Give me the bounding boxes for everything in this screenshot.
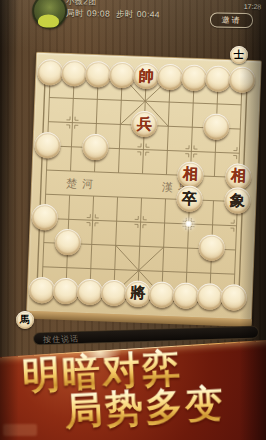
invite-button[interactable]: 邀请 xyxy=(210,12,253,28)
player-name: 小薇2团 xyxy=(66,0,97,7)
system-clock: 17:28 xyxy=(244,3,262,10)
game-time-label: 局时 xyxy=(66,8,84,18)
captured-piece-black-advisor: 士 xyxy=(230,46,248,64)
promo-banner[interactable]: 明暗对弈 局势多变 xyxy=(0,336,266,440)
player-avatar[interactable] xyxy=(32,0,68,29)
move-time-value: 00:44 xyxy=(137,9,160,19)
promo-banner-text: 明暗对弈 局势多变 xyxy=(0,343,266,435)
move-time-label: 步时 xyxy=(116,9,134,19)
app-screen: 小薇2团 局时09:08 步时00:44 17:28 邀请 士 楚河 漢界 帥兵… xyxy=(0,0,266,440)
banner-line-2: 局势多变 xyxy=(64,381,266,432)
corner-watermark xyxy=(3,424,37,436)
xiangqi-board[interactable]: 楚河 漢界 帥兵相相卒象將 xyxy=(26,52,262,320)
voice-chat-button[interactable]: 按住说话 xyxy=(33,325,259,345)
river-label-left: 楚河 xyxy=(50,175,115,192)
captured-piece-red-horse: 馬 xyxy=(16,311,34,329)
time-stats: 局时09:08 步时00:44 xyxy=(66,8,163,22)
game-time-value: 09:08 xyxy=(87,8,110,18)
player-info-bar: 小薇2团 局时09:08 步时00:44 17:28 邀请 xyxy=(0,0,266,40)
